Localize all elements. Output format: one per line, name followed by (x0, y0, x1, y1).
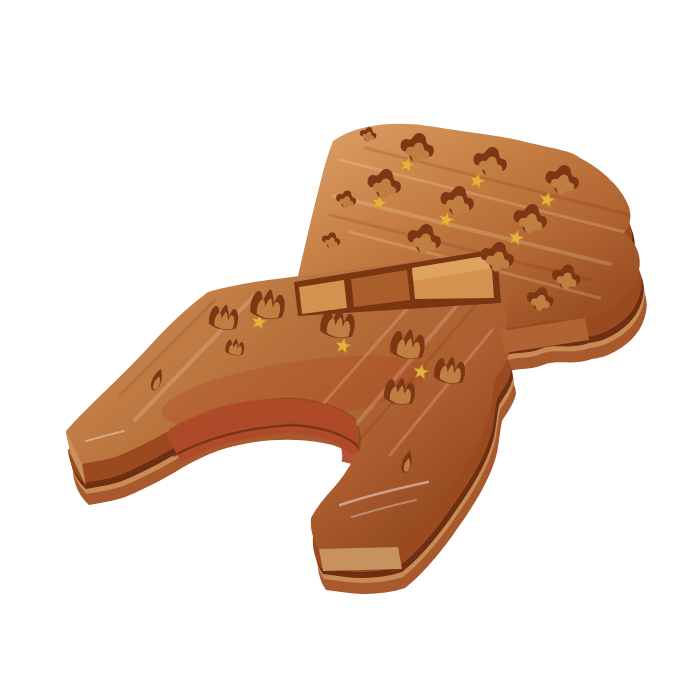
rehal-illustration (0, 0, 700, 700)
right-leg-tip-face (319, 547, 402, 571)
product-photo (0, 0, 700, 700)
